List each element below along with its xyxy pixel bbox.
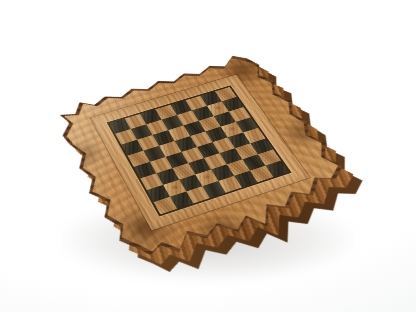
- photo-backdrop: [0, 0, 416, 312]
- checkerboard-grid: [107, 85, 292, 216]
